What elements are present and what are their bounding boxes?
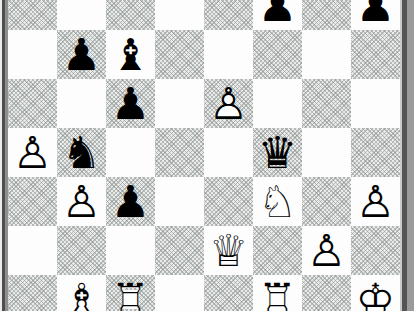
square-a1[interactable]	[8, 275, 57, 311]
square-c2[interactable]	[106, 226, 155, 275]
white-pawn-outline-glyph: ♙	[57, 177, 106, 226]
square-h1[interactable]: ♚♔	[351, 275, 400, 311]
square-a5[interactable]	[8, 79, 57, 128]
chessboard-screenshot: ♟♟♟♝♟♟♙♟♙♞♛♟♙♟♞♘♟♙♛♕♟♙♝♗♜♖♜♖♚♔	[0, 0, 414, 311]
white-knight-piece[interactable]: ♞♘	[253, 177, 302, 226]
black-pawn-piece[interactable]: ♟	[57, 30, 106, 79]
square-a7[interactable]	[8, 0, 57, 30]
square-e3[interactable]	[204, 177, 253, 226]
square-c7[interactable]	[106, 0, 155, 30]
square-a3[interactable]	[8, 177, 57, 226]
white-bishop-outline-glyph: ♗	[57, 275, 106, 311]
square-h4[interactable]	[351, 128, 400, 177]
square-b7[interactable]	[57, 0, 106, 30]
white-pawn-piece[interactable]: ♟♙	[302, 226, 351, 275]
square-e7[interactable]	[204, 0, 253, 30]
square-a6[interactable]	[8, 30, 57, 79]
square-f5[interactable]	[253, 79, 302, 128]
square-f6[interactable]	[253, 30, 302, 79]
white-queen-piece[interactable]: ♛♕	[204, 226, 253, 275]
square-h3[interactable]: ♟♙	[351, 177, 400, 226]
square-b1[interactable]: ♝♗	[57, 275, 106, 311]
square-e2[interactable]: ♛♕	[204, 226, 253, 275]
square-e5[interactable]: ♟♙	[204, 79, 253, 128]
square-g7[interactable]	[302, 0, 351, 30]
square-c5[interactable]: ♟	[106, 79, 155, 128]
square-g5[interactable]	[302, 79, 351, 128]
square-c1[interactable]: ♜♖	[106, 275, 155, 311]
white-rook-outline-glyph: ♖	[106, 275, 155, 311]
white-pawn-outline-glyph: ♙	[302, 226, 351, 275]
black-queen-piece[interactable]: ♛	[253, 128, 302, 177]
square-g6[interactable]	[302, 30, 351, 79]
square-d5[interactable]	[155, 79, 204, 128]
square-f1[interactable]: ♜♖	[253, 275, 302, 311]
white-pawn-outline-glyph: ♙	[204, 79, 253, 128]
square-h5[interactable]	[351, 79, 400, 128]
square-b3[interactable]: ♟♙	[57, 177, 106, 226]
square-b2[interactable]	[57, 226, 106, 275]
square-d1[interactable]	[155, 275, 204, 311]
square-c4[interactable]	[106, 128, 155, 177]
square-d2[interactable]	[155, 226, 204, 275]
square-c6[interactable]: ♝	[106, 30, 155, 79]
black-knight-piece[interactable]: ♞	[57, 128, 106, 177]
square-e1[interactable]	[204, 275, 253, 311]
square-f3[interactable]: ♞♘	[253, 177, 302, 226]
square-e4[interactable]	[204, 128, 253, 177]
square-f7[interactable]: ♟	[253, 0, 302, 30]
white-pawn-piece[interactable]: ♟♙	[57, 177, 106, 226]
square-a4[interactable]: ♟♙	[8, 128, 57, 177]
square-g2[interactable]: ♟♙	[302, 226, 351, 275]
square-b6[interactable]: ♟	[57, 30, 106, 79]
white-queen-outline-glyph: ♕	[204, 226, 253, 275]
square-h2[interactable]	[351, 226, 400, 275]
white-rook-piece[interactable]: ♜♖	[253, 275, 302, 311]
board-border-right	[400, 0, 414, 311]
white-pawn-piece[interactable]: ♟♙	[351, 177, 400, 226]
white-rook-piece[interactable]: ♜♖	[106, 275, 155, 311]
square-f4[interactable]: ♛	[253, 128, 302, 177]
white-pawn-outline-glyph: ♙	[8, 128, 57, 177]
square-d6[interactable]	[155, 30, 204, 79]
square-f2[interactable]	[253, 226, 302, 275]
square-b4[interactable]: ♞	[57, 128, 106, 177]
white-pawn-piece[interactable]: ♟♙	[204, 79, 253, 128]
square-h7[interactable]: ♟	[351, 0, 400, 30]
square-d3[interactable]	[155, 177, 204, 226]
white-pawn-outline-glyph: ♙	[351, 177, 400, 226]
square-g1[interactable]	[302, 275, 351, 311]
white-knight-outline-glyph: ♘	[253, 177, 302, 226]
square-d7[interactable]	[155, 0, 204, 30]
black-pawn-piece[interactable]: ♟	[351, 0, 400, 30]
white-pawn-piece[interactable]: ♟♙	[8, 128, 57, 177]
square-h6[interactable]	[351, 30, 400, 79]
white-king-outline-glyph: ♔	[351, 275, 400, 311]
square-a2[interactable]	[8, 226, 57, 275]
square-g4[interactable]	[302, 128, 351, 177]
square-b5[interactable]	[57, 79, 106, 128]
white-bishop-piece[interactable]: ♝♗	[57, 275, 106, 311]
black-pawn-piece[interactable]: ♟	[253, 0, 302, 30]
black-pawn-piece[interactable]: ♟	[106, 177, 155, 226]
square-e6[interactable]	[204, 30, 253, 79]
white-king-piece[interactable]: ♚♔	[351, 275, 400, 311]
white-rook-outline-glyph: ♖	[253, 275, 302, 311]
square-g3[interactable]	[302, 177, 351, 226]
board-border-left	[0, 0, 8, 311]
chess-board: ♟♟♟♝♟♟♙♟♙♞♛♟♙♟♞♘♟♙♛♕♟♙♝♗♜♖♜♖♚♔	[8, 0, 400, 311]
black-bishop-piece[interactable]: ♝	[106, 30, 155, 79]
black-pawn-piece[interactable]: ♟	[106, 79, 155, 128]
square-c3[interactable]: ♟	[106, 177, 155, 226]
square-d4[interactable]	[155, 128, 204, 177]
